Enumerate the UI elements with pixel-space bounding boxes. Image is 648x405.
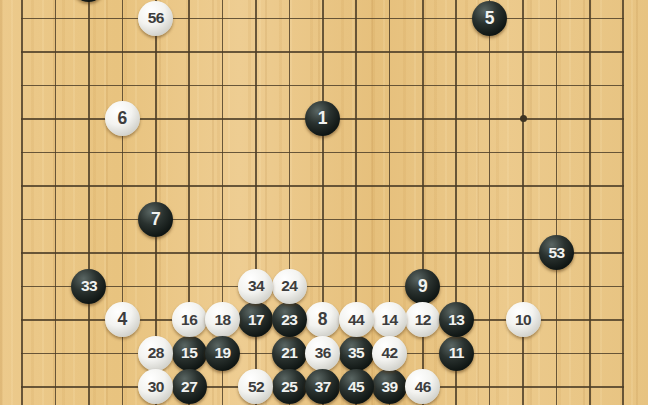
grid-line-horizontal [21, 219, 624, 221]
stone-black-53: 53 [539, 235, 574, 270]
grid-line-horizontal [21, 286, 624, 288]
grid-line-vertical [522, 0, 524, 405]
move-number: 42 [381, 344, 397, 362]
stone-black-37: 37 [305, 369, 340, 404]
move-number: 28 [148, 344, 164, 362]
grid-line-vertical [88, 0, 90, 405]
move-number: 56 [148, 9, 164, 27]
move-number: 39 [381, 378, 397, 396]
stone-white-24: 24 [272, 269, 307, 304]
move-number: 52 [248, 378, 264, 396]
stone-black-21: 21 [272, 336, 307, 371]
move-number: 15 [181, 344, 197, 362]
move-number: 12 [415, 311, 431, 329]
stone-black-5: 5 [472, 1, 507, 36]
stone-white-42: 42 [372, 336, 407, 371]
move-number: 11 [449, 344, 464, 362]
move-number: 27 [181, 378, 197, 396]
move-number: 33 [81, 277, 97, 295]
stone-white-12: 12 [405, 302, 440, 337]
stone-white-14: 14 [372, 302, 407, 337]
go-board[interactable]: 1456789101112131415161718192123242527283… [0, 0, 648, 405]
stone-black-33: 33 [71, 269, 106, 304]
grid-line-horizontal [21, 85, 624, 87]
stone-black-13: 13 [439, 302, 474, 337]
grid-line-horizontal [21, 185, 624, 187]
grid-line-vertical [21, 0, 23, 405]
move-number: 25 [281, 378, 297, 396]
stone-white-46: 46 [405, 369, 440, 404]
move-number: 6 [117, 108, 127, 129]
stone-black-9: 9 [405, 269, 440, 304]
stone-white-52: 52 [238, 369, 273, 404]
move-number: 1 [318, 108, 328, 129]
grid-line-horizontal [21, 51, 624, 53]
grid-line-horizontal [21, 152, 624, 154]
move-number: 8 [318, 309, 328, 330]
move-number: 18 [215, 311, 231, 329]
stone-black-15: 15 [172, 336, 207, 371]
stone-black-7: 7 [138, 202, 173, 237]
grid-line-vertical [255, 0, 257, 405]
stone-black-23: 23 [272, 302, 307, 337]
stone-black-27: 27 [172, 369, 207, 404]
stone-white-56: 56 [138, 1, 173, 36]
grid-line-vertical [55, 0, 57, 405]
grid-line-horizontal [21, 252, 624, 254]
stone-white-8: 8 [305, 302, 340, 337]
move-number: 30 [148, 378, 164, 396]
grid-line-horizontal [21, 18, 624, 20]
grid-line-vertical [622, 0, 624, 405]
move-number: 35 [348, 344, 364, 362]
stone-white-36: 36 [305, 336, 340, 371]
move-number: 24 [281, 277, 297, 295]
move-number: 36 [315, 344, 331, 362]
move-number: 10 [515, 311, 531, 329]
move-number: 9 [418, 276, 428, 297]
stone-white-6: 6 [105, 101, 140, 136]
grid-line-vertical [122, 0, 124, 405]
move-number: 44 [348, 311, 364, 329]
stone-white-16: 16 [172, 302, 207, 337]
move-number: 37 [315, 378, 331, 396]
stone-white-18: 18 [205, 302, 240, 337]
move-number: 16 [181, 311, 197, 329]
stone-black-45: 45 [339, 369, 374, 404]
move-number: 4 [117, 309, 127, 330]
stone-black-11: 11 [439, 336, 474, 371]
stone-black-19: 19 [205, 336, 240, 371]
move-number: 45 [348, 378, 364, 396]
move-number: 13 [448, 311, 464, 329]
go-app-screen: 1456789101112131415161718192123242527283… [0, 0, 648, 405]
stone-white-4: 4 [105, 302, 140, 337]
move-number: 46 [415, 378, 431, 396]
move-number: 17 [248, 311, 264, 329]
move-number: 19 [215, 344, 231, 362]
hoshi-point [520, 115, 527, 122]
move-number: 7 [151, 209, 161, 230]
stone-black-25: 25 [272, 369, 307, 404]
stone-black-35: 35 [339, 336, 374, 371]
stone-black-39: 39 [372, 369, 407, 404]
stone-white-28: 28 [138, 336, 173, 371]
grid-line-vertical [489, 0, 491, 405]
stone-white-10: 10 [506, 302, 541, 337]
stone-white-30: 30 [138, 369, 173, 404]
stone-white-34: 34 [238, 269, 273, 304]
move-number: 34 [248, 277, 264, 295]
grid-line-vertical [589, 0, 591, 405]
stone-black-17: 17 [238, 302, 273, 337]
move-number: 23 [281, 311, 297, 329]
stone-white-44: 44 [339, 302, 374, 337]
move-number: 53 [548, 244, 564, 262]
grid-line-vertical [422, 0, 424, 405]
grid-line-vertical [556, 0, 558, 405]
move-number: 14 [381, 311, 397, 329]
stone-black-1: 1 [305, 101, 340, 136]
move-number: 21 [281, 344, 297, 362]
move-number: 5 [485, 8, 495, 29]
